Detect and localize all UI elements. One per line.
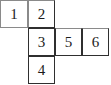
cube-net-board: 123564 [0, 0, 109, 84]
net-cell-r1c2: 2 [28, 0, 55, 28]
net-cell-r3c2: 4 [28, 56, 55, 84]
net-cell-r2c4: 6 [82, 28, 109, 56]
net-cell-r2c3: 5 [55, 28, 82, 56]
net-cell-r2c2: 3 [28, 28, 55, 56]
net-cell-r1c1: 1 [0, 0, 28, 28]
